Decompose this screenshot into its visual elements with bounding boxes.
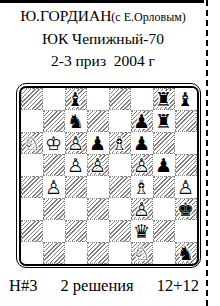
square-a8[interactable] [21,88,43,110]
stipulation: H#3 [9,275,37,297]
square-f5[interactable]: ♙ [131,154,153,176]
square-f6[interactable]: ♟ [131,132,153,154]
square-b4[interactable]: ♙ [43,176,65,198]
square-e1[interactable] [109,242,131,264]
white-bishop-piece[interactable]: ♗ [133,176,150,198]
square-d1[interactable] [87,242,109,264]
square-d5[interactable]: ♙ [87,154,109,176]
square-h2[interactable] [175,220,197,242]
square-d6[interactable]: ♟ [87,132,109,154]
square-a6[interactable]: ♘ [21,132,43,154]
author-name: Ю.ГОРДИАН [20,7,111,24]
top-rule-divider [0,0,204,3]
black-bishop-piece[interactable]: ♝ [177,88,194,110]
white-pawn-piece[interactable]: ♙ [67,132,84,154]
square-d3[interactable] [87,198,109,220]
square-f4[interactable]: ♗ [131,176,153,198]
black-pawn-piece[interactable]: ♟ [133,110,150,132]
square-c6[interactable]: ♙ [65,132,87,154]
white-pawn-piece[interactable]: ♙ [177,176,194,198]
white-king-piece[interactable]: ♔ [45,132,62,154]
square-c8[interactable]: ♝ [65,88,87,110]
square-g1[interactable] [153,242,175,264]
square-h5[interactable] [175,154,197,176]
black-rook-piece[interactable]: ♜ [155,110,172,132]
square-h7[interactable] [175,110,197,132]
square-f7[interactable]: ♟ [131,110,153,132]
square-a4[interactable] [21,176,43,198]
white-pawn-piece[interactable]: ♙ [67,154,84,176]
square-a5[interactable] [21,154,43,176]
stipulation-line: H#3 2 решения 12+12 [9,275,199,297]
white-bishop-piece[interactable]: ♗ [111,132,128,154]
square-g3[interactable] [153,198,175,220]
square-d7[interactable] [87,110,109,132]
square-f8[interactable] [131,88,153,110]
square-g2[interactable] [153,220,175,242]
white-pawn-piece[interactable]: ♙ [45,176,62,198]
square-a7[interactable] [21,110,43,132]
square-a2[interactable] [21,220,43,242]
square-b6[interactable]: ♔ [43,132,65,154]
square-b5[interactable] [43,154,65,176]
square-g8[interactable]: ♜ [153,88,175,110]
coauthor-name: (с Е.Орловым) [111,10,185,24]
white-pawn-piece[interactable]: ♙ [133,198,150,220]
square-g6[interactable] [153,132,175,154]
chess-board-border: ♝♜♝♞♟♜♘♔♙♟♗♟♙♙♙♟♙♗♙♙♚♛♘♞ [19,86,199,266]
square-g5[interactable]: ♟ [153,154,175,176]
square-d4[interactable] [87,176,109,198]
black-knight-piece[interactable]: ♞ [177,242,194,264]
square-a1[interactable] [21,242,43,264]
square-e6[interactable]: ♗ [109,132,131,154]
square-a3[interactable] [21,198,43,220]
white-knight-piece[interactable]: ♘ [23,132,40,154]
black-knight-piece[interactable]: ♞ [67,110,84,132]
award-line: 2-3 приз 2004 г [0,50,206,72]
material-count: 12+12 [157,275,199,297]
square-b2[interactable] [43,220,65,242]
black-queen-piece[interactable]: ♛ [133,220,150,242]
clip-dashed-border [206,0,208,306]
author-line: Ю.ГОРДИАН(с Е.Орловым) [0,5,206,28]
black-pawn-piece[interactable]: ♟ [155,154,172,176]
square-c5[interactable]: ♙ [65,154,87,176]
black-pawn-piece[interactable]: ♟ [133,132,150,154]
white-pawn-piece[interactable]: ♙ [133,154,150,176]
white-pawn-piece[interactable]: ♙ [89,154,106,176]
square-e2[interactable] [109,220,131,242]
square-e8[interactable] [109,88,131,110]
square-c4[interactable] [65,176,87,198]
black-rook-piece[interactable]: ♜ [155,88,172,110]
square-f1[interactable]: ♘ [131,242,153,264]
black-bishop-piece[interactable]: ♝ [67,88,84,110]
solutions-count: 2 решения [60,275,133,297]
white-knight-piece[interactable]: ♘ [133,242,150,264]
black-king-piece[interactable]: ♚ [177,198,194,220]
square-h8[interactable]: ♝ [175,88,197,110]
square-b1[interactable] [43,242,65,264]
square-h1[interactable]: ♞ [175,242,197,264]
square-e5[interactable] [109,154,131,176]
square-e3[interactable] [109,198,131,220]
square-c7[interactable]: ♞ [65,110,87,132]
problem-header: Ю.ГОРДИАН(с Е.Орловым) ЮК Чепижный-70 2-… [0,5,206,72]
square-d8[interactable] [87,88,109,110]
chess-board: ♝♜♝♞♟♜♘♔♙♟♗♟♙♙♙♟♙♗♙♙♚♛♘♞ [21,88,197,264]
square-e7[interactable] [109,110,131,132]
chess-board-frame: ♝♜♝♞♟♜♘♔♙♟♗♟♙♙♙♟♙♗♙♙♚♛♘♞ [16,83,201,268]
square-c3[interactable] [65,198,87,220]
square-c1[interactable] [65,242,87,264]
square-h4[interactable]: ♙ [175,176,197,198]
square-h3[interactable]: ♚ [175,198,197,220]
square-d2[interactable] [87,220,109,242]
square-b3[interactable] [43,198,65,220]
black-pawn-piece[interactable]: ♟ [89,132,106,154]
square-b7[interactable] [43,110,65,132]
square-c2[interactable] [65,220,87,242]
square-f3[interactable]: ♙ [131,198,153,220]
square-g4[interactable] [153,176,175,198]
square-g7[interactable]: ♜ [153,110,175,132]
square-f2[interactable]: ♛ [131,220,153,242]
square-b8[interactable] [43,88,65,110]
square-e4[interactable] [109,176,131,198]
tourney-name: ЮК Чепижный-70 [0,28,206,50]
square-h6[interactable] [175,132,197,154]
problem-diagram-page: Ю.ГОРДИАН(с Е.Орловым) ЮК Чепижный-70 2-… [0,0,220,306]
